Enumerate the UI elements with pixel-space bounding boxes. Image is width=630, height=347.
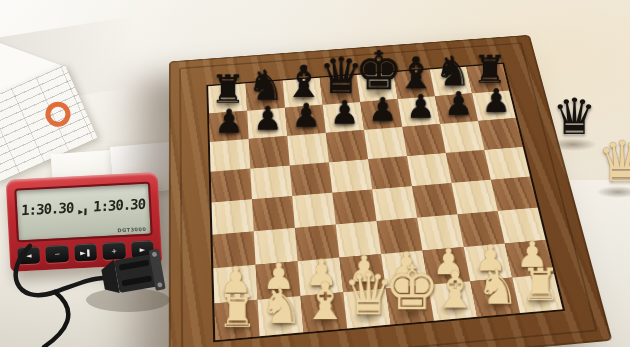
square-g6[interactable] — [440, 121, 484, 153]
piece-black-pawn[interactable]: ♟ — [444, 87, 473, 119]
board-frame: ♜♞♝♛♚♝♞♜♟♟♟♟♟♟♟♟♟♟♟♟♟♟♟♟♜♞♝♛♚♝♞♜ — [169, 35, 613, 347]
square-c6[interactable] — [287, 133, 329, 165]
square-h7[interactable]: ♟ — [472, 91, 516, 121]
piece-white-knight[interactable]: ♞ — [476, 264, 519, 312]
square-f6[interactable] — [402, 124, 446, 156]
square-g5[interactable] — [446, 150, 491, 183]
spare-white-queen[interactable]: ♛ — [597, 134, 630, 190]
piece-black-pawn[interactable]: ♟ — [214, 105, 243, 138]
clock-time-right: 1:30.30 — [93, 196, 146, 215]
square-e4[interactable] — [372, 186, 417, 221]
piece-black-pawn[interactable]: ♟ — [482, 84, 511, 116]
piece-white-knight[interactable]: ♞ — [260, 282, 303, 330]
piece-black-pawn[interactable]: ♟ — [253, 102, 282, 135]
square-g4[interactable] — [451, 180, 497, 215]
square-f5[interactable] — [407, 153, 451, 186]
square-d7[interactable]: ♟ — [323, 102, 364, 133]
square-e6[interactable] — [364, 127, 407, 159]
square-b6[interactable] — [249, 136, 290, 169]
square-d4[interactable] — [332, 189, 376, 224]
square-e5[interactable] — [368, 156, 412, 189]
chess-board: ♜♞♝♛♚♝♞♜♟♟♟♟♟♟♟♟♟♟♟♟♟♟♟♟♜♞♝♛♚♝♞♜ — [169, 35, 613, 347]
square-b4[interactable] — [252, 196, 295, 231]
square-c7[interactable]: ♟ — [285, 105, 326, 136]
square-h6[interactable] — [478, 118, 523, 150]
clock-time-left: 1:30.30 — [21, 200, 74, 219]
piece-black-pawn[interactable]: ♟ — [292, 99, 321, 132]
square-c1[interactable]: ♝ — [300, 292, 347, 332]
square-g7[interactable]: ♟ — [435, 93, 478, 124]
clock-run-indicator: ▶❚ — [78, 206, 88, 216]
piece-black-pawn[interactable]: ♟ — [368, 93, 397, 126]
square-a6[interactable] — [210, 139, 250, 172]
scoresheet-logo — [41, 98, 74, 131]
square-a5[interactable] — [211, 168, 252, 202]
square-d1[interactable]: ♛ — [343, 289, 390, 329]
square-d5[interactable] — [329, 159, 372, 193]
board-grid: ♜♞♝♛♚♝♞♜♟♟♟♟♟♟♟♟♟♟♟♟♟♟♟♟♜♞♝♛♚♝♞♜ — [206, 63, 565, 343]
clock-cable — [0, 228, 230, 347]
spare-black-queen[interactable]: ♛ — [552, 92, 597, 142]
piece-white-queen[interactable]: ♛ — [343, 265, 395, 323]
square-h4[interactable] — [491, 176, 538, 210]
piece-black-pawn[interactable]: ♟ — [406, 90, 435, 122]
square-a7[interactable]: ♟ — [209, 111, 249, 142]
square-d6[interactable] — [326, 130, 368, 162]
square-c5[interactable] — [290, 162, 333, 196]
square-e7[interactable]: ♟ — [360, 99, 402, 130]
square-f4[interactable] — [412, 183, 458, 218]
square-h1[interactable]: ♜ — [512, 274, 562, 313]
square-c4[interactable] — [292, 193, 336, 228]
square-b1[interactable]: ♞ — [258, 296, 304, 336]
square-b7[interactable]: ♟ — [247, 108, 287, 139]
square-h5[interactable] — [484, 147, 530, 180]
chess-table-photo: ♜♞♝♛♚♝♞♜♟♟♟♟♟♟♟♟♟♟♟♟♟♟♟♟♜♞♝♛♚♝♞♜ ♛ ♛ 1:3… — [0, 0, 630, 347]
piece-white-rook[interactable]: ♜ — [521, 263, 561, 307]
square-b5[interactable] — [250, 165, 292, 199]
piece-black-pawn[interactable]: ♟ — [330, 96, 359, 129]
square-f7[interactable]: ♟ — [398, 96, 441, 127]
piece-white-bishop[interactable]: ♝ — [302, 275, 348, 326]
